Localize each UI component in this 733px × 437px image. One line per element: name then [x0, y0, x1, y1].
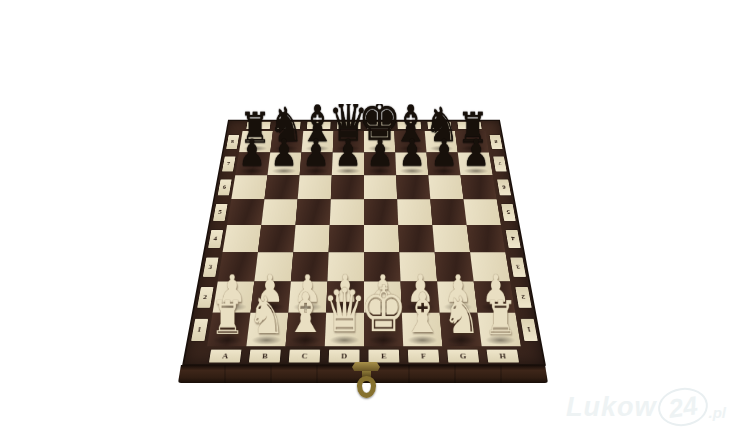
square-h2	[474, 282, 516, 313]
square-c3	[291, 252, 329, 281]
piece-shadow	[303, 168, 328, 174]
piece-shadow	[443, 303, 473, 312]
square-a3	[218, 252, 258, 281]
rank-label-6: 6	[217, 179, 231, 195]
piece-shadow	[255, 303, 285, 312]
frame-cell: 1	[186, 313, 213, 347]
square-c1	[286, 313, 327, 347]
piece-shadow	[271, 168, 296, 174]
piece-shadow	[463, 168, 489, 174]
square-g4	[432, 225, 470, 252]
file-label-g: G	[447, 350, 479, 363]
square-d5	[330, 199, 364, 225]
square-e2	[364, 282, 402, 313]
square-c2	[288, 282, 327, 313]
rank-label-7-right: 7	[493, 156, 506, 171]
chess-board: ABCDEFGH8877665544332211ABCDEFGH♜♞♝♛♚♝♞♜…	[182, 120, 546, 366]
square-b2	[250, 282, 290, 313]
square-b5	[261, 199, 297, 225]
file-label-d-top: D	[337, 122, 360, 129]
piece-shadow	[406, 303, 436, 312]
file-label-a-top: A	[246, 122, 270, 129]
rank-label-2: 2	[197, 287, 213, 308]
frame-cell: 4	[501, 225, 525, 252]
clasp-plate-icon	[352, 362, 380, 371]
piece-shadow	[331, 303, 360, 312]
square-g2	[437, 282, 477, 313]
file-label-c: C	[289, 350, 320, 363]
piece-shadow	[274, 146, 299, 152]
file-label-d: D	[329, 350, 360, 363]
rank-label-7: 7	[222, 156, 235, 171]
frame-cell: B	[244, 346, 286, 365]
piece-shadow	[217, 303, 247, 312]
square-h4	[467, 225, 506, 252]
square-e6	[364, 175, 397, 199]
file-label-b: B	[249, 350, 281, 363]
square-e4	[364, 225, 399, 252]
piece-shadow	[368, 335, 398, 344]
square-e1	[364, 313, 403, 347]
file-label-e: E	[368, 350, 399, 363]
rank-label-5: 5	[213, 204, 227, 221]
piece-shadow	[368, 168, 393, 174]
frame-corner	[521, 346, 546, 365]
rank-label-5-right: 5	[501, 204, 515, 221]
frame-cell: A	[204, 346, 246, 365]
square-c5	[296, 199, 331, 225]
file-label-b-top: B	[277, 122, 301, 129]
frame-cell: C	[303, 120, 334, 131]
watermark-suffix: .pl	[709, 404, 727, 421]
piece-shadow	[293, 303, 323, 312]
square-d2	[326, 282, 364, 313]
frame-cell: D	[334, 120, 364, 131]
piece-shadow	[460, 146, 485, 152]
clasp-ring-icon	[357, 376, 376, 398]
square-b1	[246, 313, 288, 347]
square-e3	[364, 252, 401, 281]
frame-cell: 2	[192, 282, 218, 313]
piece-shadow	[368, 146, 392, 152]
square-a6	[231, 175, 267, 199]
rank-label-4: 4	[208, 230, 223, 248]
watermark-number: 24	[666, 390, 699, 425]
watermark-word: Lukow	[566, 392, 657, 423]
square-c6	[298, 175, 332, 199]
square-a5	[227, 199, 264, 225]
square-h5	[464, 199, 501, 225]
rank-label-6-right: 6	[497, 179, 511, 195]
file-label-e-top: E	[367, 122, 390, 129]
square-e5	[364, 199, 398, 225]
square-b6	[264, 175, 299, 199]
piece-shadow	[429, 146, 454, 152]
frame-corner	[484, 120, 502, 131]
square-f5	[397, 199, 432, 225]
square-h6	[461, 175, 497, 199]
piece-shadow	[400, 168, 425, 174]
square-f4	[398, 225, 434, 252]
file-label-h: H	[487, 350, 519, 363]
frame-cell: A	[243, 120, 275, 131]
file-label-h-top: H	[457, 122, 481, 129]
rank-label-3: 3	[202, 257, 218, 276]
square-f3	[399, 252, 437, 281]
square-d4	[329, 225, 364, 252]
rank-label-1-right: 1	[520, 318, 537, 340]
piece-shadow	[407, 335, 438, 344]
file-label-f: F	[408, 350, 439, 363]
piece-shadow	[485, 335, 516, 344]
square-f1	[402, 313, 443, 347]
square-g3	[435, 252, 474, 281]
watermark: Lukow 24 .pl	[566, 387, 726, 427]
square-b3	[254, 252, 293, 281]
rank-label-2-right: 2	[515, 287, 531, 308]
piece-shadow	[481, 303, 511, 312]
rank-label-1: 1	[191, 318, 208, 340]
piece-shadow	[243, 146, 268, 152]
piece-shadow	[305, 146, 329, 152]
piece-shadow	[446, 335, 477, 344]
rank-label-8-right: 8	[489, 135, 502, 149]
frame-cell: G	[442, 346, 484, 365]
piece-shadow	[336, 168, 361, 174]
piece-shadow	[398, 146, 422, 152]
square-a2	[213, 282, 255, 313]
square-d3	[327, 252, 364, 281]
frame-cell: C	[284, 346, 325, 365]
piece-shadow	[336, 146, 360, 152]
rank-label-3-right: 3	[510, 257, 526, 276]
frame-cell: H	[454, 120, 486, 131]
frame-cell: G	[424, 120, 455, 131]
rank-label-8: 8	[226, 135, 239, 149]
frame-cell: 2	[510, 282, 536, 313]
square-h3	[470, 252, 510, 281]
watermark-number-circle: 24	[655, 385, 710, 430]
square-a1	[207, 313, 250, 347]
frame-cell: F	[403, 346, 444, 365]
file-label-f-top: F	[397, 122, 421, 129]
frame-cell: 4	[203, 225, 227, 252]
frame-cell: H	[482, 346, 524, 365]
rank-label-4-right: 4	[505, 230, 520, 248]
square-f6	[396, 175, 430, 199]
square-c4	[293, 225, 329, 252]
square-f2	[401, 282, 440, 313]
square-a4	[223, 225, 262, 252]
square-g5	[430, 199, 466, 225]
square-d1	[325, 313, 364, 347]
square-b4	[258, 225, 296, 252]
frame-corner	[226, 120, 244, 131]
piece-shadow	[431, 168, 456, 174]
frame-cell: 1	[515, 313, 542, 347]
square-g1	[440, 313, 482, 347]
square-d6	[331, 175, 364, 199]
file-label-c-top: C	[307, 122, 331, 129]
frame-cell: B	[273, 120, 304, 131]
square-h1	[478, 313, 521, 347]
square-g6	[428, 175, 463, 199]
file-label-a: A	[209, 350, 241, 363]
frame-cell: F	[394, 120, 425, 131]
piece-shadow	[239, 168, 265, 174]
frame-cell: E	[364, 120, 394, 131]
file-label-g-top: G	[427, 122, 451, 129]
brass-clasp	[351, 362, 381, 404]
piece-shadow	[368, 303, 397, 312]
piece-shadow	[329, 335, 359, 344]
